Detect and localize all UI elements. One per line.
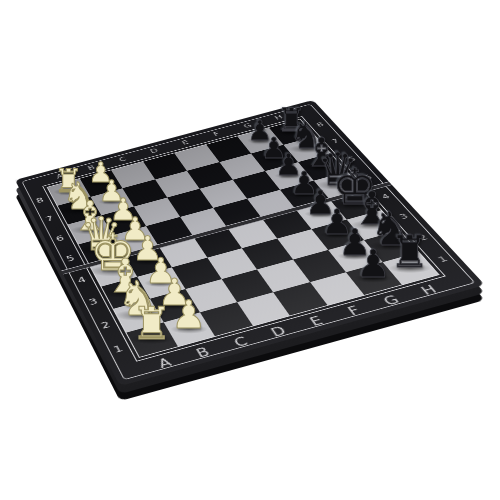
chess-board: AA11BB22CC33DD44EE55FF66GG77HH88 [15, 100, 485, 386]
product-scene: AA11BB22CC33DD44EE55FF66GG77HH88 ♜♟♟♜♞♟♟… [0, 0, 500, 500]
